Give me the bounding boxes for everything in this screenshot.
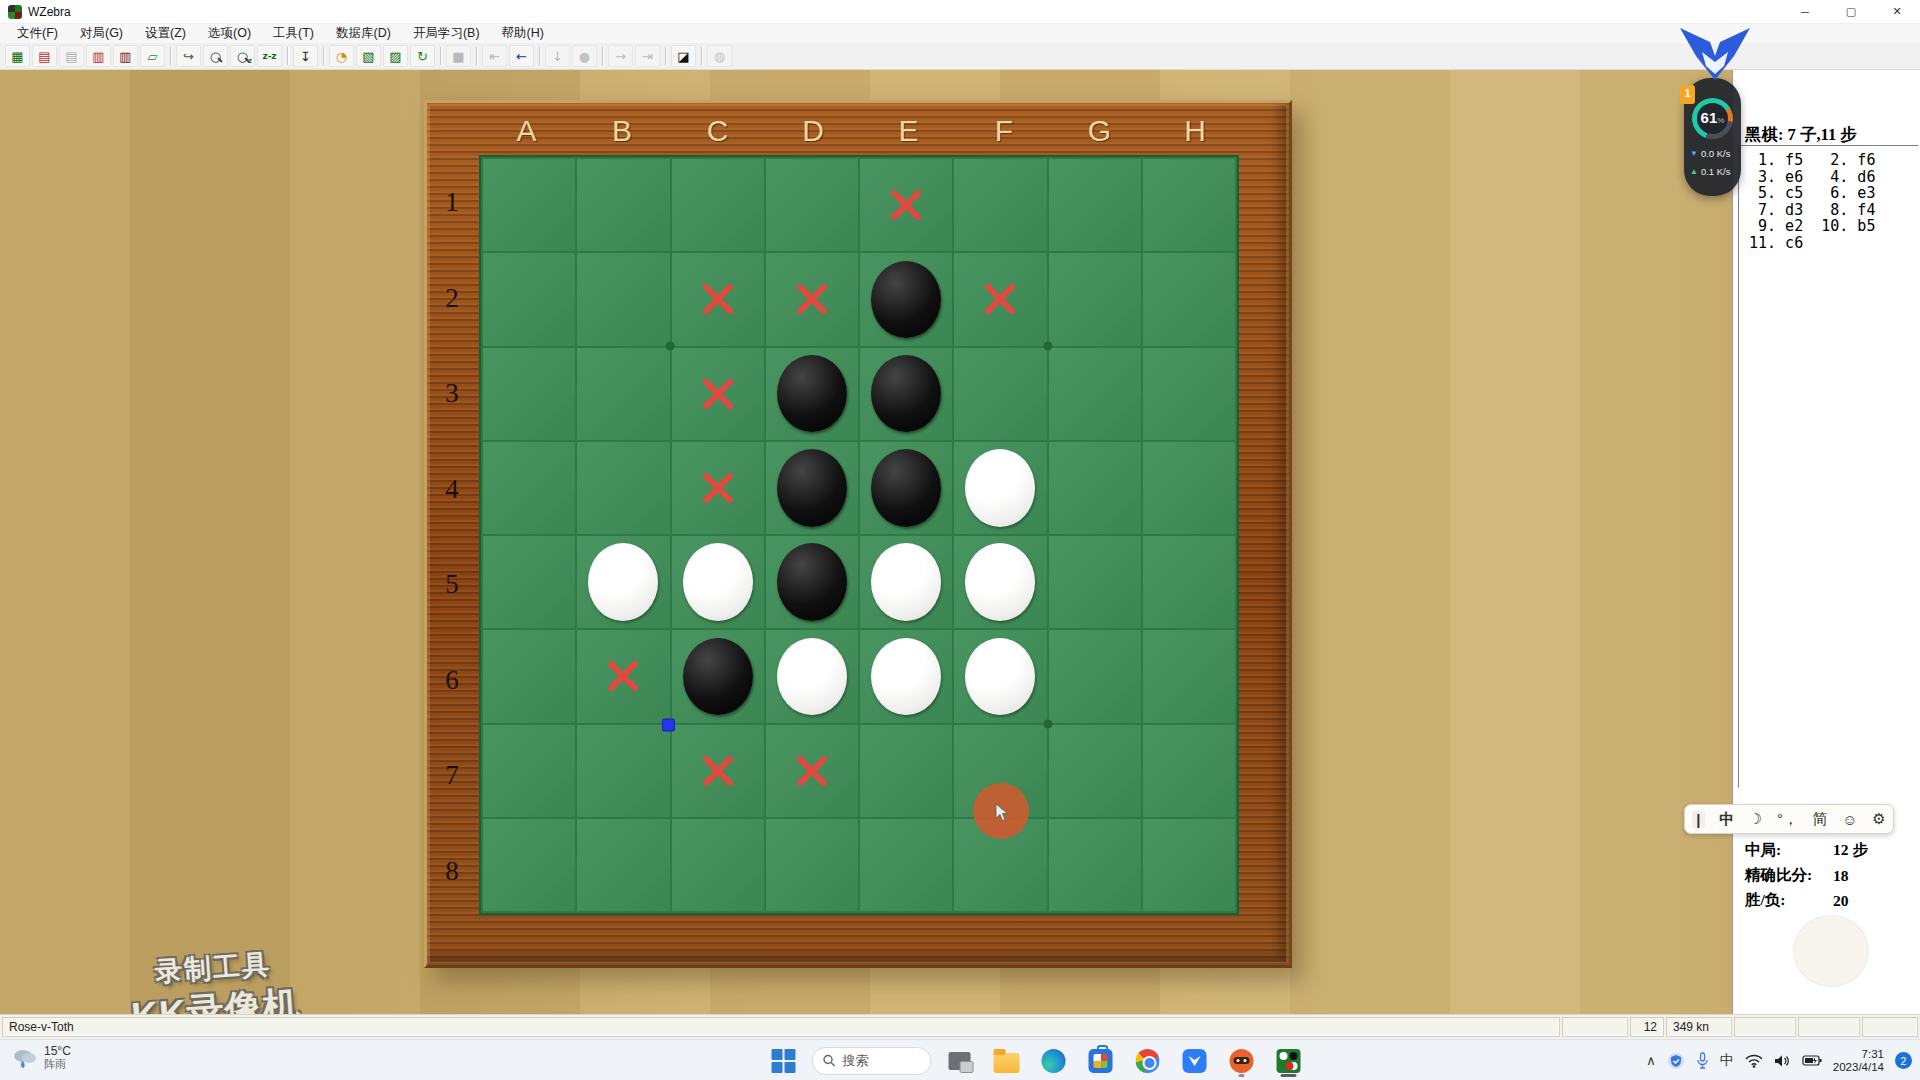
status-pane-3: [1734, 1017, 1796, 1037]
thunder-app-icon[interactable]: [1176, 1044, 1214, 1078]
undo-move-button[interactable]: ←: [509, 45, 534, 67]
board-practice-icon: ▧: [362, 50, 374, 63]
start-button[interactable]: [765, 1044, 803, 1078]
menu-d[interactable]: 数据库(D): [325, 24, 402, 43]
flip-view-button[interactable]: ◪: [671, 45, 696, 67]
ime-caret-icon[interactable]: |: [1692, 811, 1704, 828]
mouse-cursor-icon: [995, 803, 1011, 823]
cell-b6[interactable]: [577, 630, 669, 722]
upload-speed: 0.1 K/s: [1701, 166, 1731, 177]
cloud-rain-icon: [10, 1045, 38, 1071]
open-folder-icon: ▱: [148, 50, 158, 63]
cell-e2[interactable]: [860, 253, 952, 345]
microphone-icon[interactable]: [1696, 1052, 1709, 1069]
stat-value: 18: [1833, 867, 1849, 885]
cell-a5[interactable]: [483, 536, 575, 628]
cell-c5[interactable]: [672, 536, 764, 628]
toolbar-separator: [440, 47, 441, 65]
microsoft-store-icon[interactable]: [1082, 1044, 1120, 1078]
cell-e4[interactable]: [860, 442, 952, 534]
bot-app-icon[interactable]: [1223, 1044, 1261, 1078]
stat-row-0: 中局:12 步: [1745, 838, 1915, 863]
board-practice-button[interactable]: ▧: [356, 45, 381, 67]
moon-icon[interactable]: ☽: [1749, 810, 1762, 828]
cell-g7[interactable]: [1049, 725, 1141, 817]
row-label-8: 8: [427, 824, 477, 919]
white-disc: [871, 638, 941, 715]
toolbar-separator: [665, 47, 666, 65]
cell-b7[interactable]: [577, 725, 669, 817]
maximize-button[interactable]: ▢: [1828, 0, 1874, 23]
legal-move-x: [983, 282, 1017, 316]
z-book-icon: ▥: [119, 50, 131, 63]
drop-move-icon: ↓: [552, 50, 563, 63]
legal-move-x: [795, 282, 829, 316]
cell-c7[interactable]: [672, 725, 764, 817]
cell-a3[interactable]: [483, 348, 575, 440]
cell-a4[interactable]: [483, 442, 575, 534]
legal-move-x: [701, 754, 735, 788]
menu-f[interactable]: 文件(F): [6, 24, 69, 43]
redo-move-button[interactable]: →: [608, 45, 633, 67]
open-folder-button[interactable]: ▱: [140, 45, 165, 67]
cell-d4[interactable]: [766, 442, 858, 534]
tray-ime-indicator[interactable]: 中: [1720, 1052, 1734, 1070]
col-label-a: A: [479, 109, 574, 153]
clock-button[interactable]: ◔: [329, 45, 354, 67]
bird-glyph: [1188, 1055, 1202, 1067]
cell-f3[interactable]: [954, 348, 1046, 440]
new-game-button[interactable]: ▦: [5, 45, 30, 67]
cell-a8[interactable]: [483, 819, 575, 911]
simplified-toggle[interactable]: 简: [1813, 810, 1828, 829]
stat-row-2: 胜/负:20: [1745, 888, 1915, 913]
cell-f5[interactable]: [954, 536, 1046, 628]
battery-icon[interactable]: [1802, 1054, 1822, 1067]
legal-move-x: [701, 282, 735, 316]
cell-b5[interactable]: [577, 536, 669, 628]
col-label-h: H: [1148, 109, 1243, 153]
percent-unit: %: [1717, 116, 1724, 125]
row-label-4: 4: [427, 442, 477, 537]
white-disc: [588, 543, 658, 620]
app-icon: [8, 5, 22, 19]
cell-c2[interactable]: [672, 253, 764, 345]
cell-g6[interactable]: [1049, 630, 1141, 722]
black-disc: [777, 449, 847, 526]
search-label: 搜索: [843, 1052, 869, 1070]
taskbar-search[interactable]: 搜索: [812, 1047, 932, 1075]
cell-d8[interactable]: [766, 819, 858, 911]
black-status: 黑棋: 7 子,11 步: [1745, 124, 1920, 146]
search-icon: [823, 1054, 836, 1067]
board-practice-2-button[interactable]: ▨: [383, 45, 408, 67]
wzebra-taskbar-icon[interactable]: [1270, 1044, 1308, 1078]
open-red-book-button[interactable]: ▤: [32, 45, 57, 67]
last-move-marker: [662, 719, 675, 732]
cell-h6[interactable]: [1143, 630, 1235, 722]
menu-g[interactable]: 对局(G): [69, 24, 134, 43]
speaker-icon[interactable]: [1774, 1054, 1791, 1068]
cell-g8[interactable]: [1049, 819, 1141, 911]
cell-b1[interactable]: [577, 159, 669, 251]
star-point: [1044, 720, 1053, 729]
toolbar: ▦▤▤▥▥▱↪○○zz-z↧◔▧▨↻■⇤←↓●→⇥◪◍: [0, 43, 1920, 70]
red-book-2-icon: ▥: [92, 50, 104, 63]
black-disc: [871, 355, 941, 432]
cell-h8[interactable]: [1143, 819, 1235, 911]
legal-move-x: [795, 754, 829, 788]
cell-h2[interactable]: [1143, 253, 1235, 345]
stat-label: 胜/负:: [1745, 890, 1785, 911]
col-label-g: G: [1052, 109, 1147, 153]
tray-chevron-icon[interactable]: ∧: [1646, 1053, 1656, 1068]
row-label-7: 7: [427, 728, 477, 823]
window-title: WZebra: [28, 5, 71, 19]
to-start-icon: ⇤: [489, 50, 500, 63]
cell-g3[interactable]: [1049, 348, 1141, 440]
cell-f2[interactable]: [954, 253, 1046, 345]
othello-board[interactable]: [479, 155, 1239, 915]
cell-d6[interactable]: [766, 630, 858, 722]
click-highlight: [973, 783, 1029, 839]
download-icon: ▼: [1690, 149, 1698, 158]
cell-d1[interactable]: [766, 159, 858, 251]
board-practice-2-icon: ▨: [389, 50, 401, 63]
import-games-button[interactable]: ↧: [293, 45, 318, 67]
cell-b4[interactable]: [577, 442, 669, 534]
enter-move-icon: ↪: [183, 50, 194, 63]
disc-ghost: [1793, 915, 1869, 987]
cell-d3[interactable]: [766, 348, 858, 440]
edge-icon[interactable]: [1035, 1044, 1073, 1078]
cell-e1[interactable]: [860, 159, 952, 251]
weather-desc: 阵雨: [44, 1058, 71, 1071]
cell-c8[interactable]: [672, 819, 764, 911]
cell-h5[interactable]: [1143, 536, 1235, 628]
cell-c3[interactable]: [672, 348, 764, 440]
new-game-icon: ▦: [11, 50, 23, 63]
cell-f1[interactable]: [954, 159, 1046, 251]
white-disc: [871, 543, 941, 620]
main-area: ABCDEFGH 12345678 录制工具 KK录像机: [0, 70, 1920, 1014]
stat-value: 12 步: [1833, 840, 1868, 861]
cell-e8[interactable]: [860, 819, 952, 911]
gear-icon[interactable]: ⚙: [1872, 810, 1885, 828]
cpu-ring: 61 %: [1692, 98, 1733, 139]
cell-c1[interactable]: [672, 159, 764, 251]
punctuation-toggle[interactable]: °，: [1777, 810, 1798, 829]
enter-move-button[interactable]: ↪: [176, 45, 201, 67]
cell-d7[interactable]: [766, 725, 858, 817]
redo-move-icon: →: [615, 50, 626, 63]
menu-b[interactable]: 开局学习(B): [402, 24, 491, 43]
legal-move-x: [889, 188, 923, 222]
stop-icon: ■: [452, 50, 464, 63]
row-label-6: 6: [427, 633, 477, 728]
percent-value: 61: [1701, 110, 1718, 125]
toolbar-separator: [323, 47, 324, 65]
import-games-icon: ↧: [300, 50, 311, 63]
open-red-book-icon: ▤: [38, 50, 50, 63]
chrome-icon[interactable]: [1129, 1044, 1167, 1078]
clock-icon: ◔: [336, 50, 347, 63]
ime-toolbar: | 中 ☽ °， 简 ☺ ⚙: [1684, 804, 1894, 834]
weather-widget[interactable]: 15°C 阵雨: [10, 1044, 71, 1071]
widget-badge: 1: [1680, 85, 1695, 104]
flip-view-icon: ◪: [677, 50, 689, 63]
menu-z[interactable]: 设置(Z): [134, 24, 197, 43]
cell-a2[interactable]: [483, 253, 575, 345]
menu-bar: 文件(F)对局(G)设置(Z)选项(O)工具(T)数据库(D)开局学习(B)帮助…: [0, 24, 1920, 43]
cell-d5[interactable]: [766, 536, 858, 628]
gray-book-icon: ▤: [65, 50, 77, 63]
star-point: [666, 342, 675, 351]
stat-label: 精确比分:: [1745, 865, 1812, 886]
col-label-c: C: [670, 109, 765, 153]
toolbar-separator: [170, 47, 171, 65]
white-disc: [683, 543, 753, 620]
info-button[interactable]: ◍: [707, 45, 732, 67]
to-start-button[interactable]: ⇤: [482, 45, 507, 67]
cell-e6[interactable]: [860, 630, 952, 722]
toolbar-separator: [602, 47, 603, 65]
cell-b2[interactable]: [577, 253, 669, 345]
to-end-icon: ⇥: [642, 50, 653, 63]
upload-icon: ▲: [1690, 167, 1698, 176]
white-disc: [965, 449, 1035, 526]
red-book-2-button[interactable]: ▥: [86, 45, 111, 67]
security-shield-icon[interactable]: [1667, 1052, 1685, 1070]
star-point: [1044, 342, 1053, 351]
zz-list-icon: z-z: [262, 52, 276, 61]
status-pane-4: [1798, 1017, 1860, 1037]
status-depth: 12: [1630, 1017, 1664, 1037]
cell-g4[interactable]: [1049, 442, 1141, 534]
cell-h7[interactable]: [1143, 725, 1235, 817]
status-pane-0: [1562, 1017, 1628, 1037]
weather-temp: 15°C: [44, 1044, 71, 1058]
search-z-button[interactable]: ○z: [230, 45, 255, 67]
stat-row-1: 精确比分:18: [1745, 863, 1915, 888]
col-label-d: D: [766, 109, 861, 153]
info-icon: ◍: [714, 50, 725, 63]
minimize-button[interactable]: ─: [1782, 0, 1828, 23]
ime-lang-toggle[interactable]: 中: [1719, 810, 1734, 829]
notification-badge[interactable]: 2: [1895, 1052, 1912, 1069]
title-bar: WZebra ─ ▢ ✕: [0, 0, 1920, 24]
cell-g2[interactable]: [1049, 253, 1141, 345]
toolbar-separator: [701, 47, 702, 65]
legal-move-x: [701, 377, 735, 411]
move-list[interactable]: 1. f5 2. f6 3. e6 4. d6 5. c5 6. e3 7. d…: [1738, 145, 1919, 788]
undo-move-icon: ←: [516, 50, 527, 63]
col-label-b: B: [575, 109, 670, 153]
download-speed: 0.0 K/s: [1701, 148, 1731, 159]
tray-time[interactable]: 7:31: [1833, 1048, 1884, 1061]
to-end-button[interactable]: ⇥: [635, 45, 660, 67]
row-label-5: 5: [427, 537, 477, 632]
hint-button[interactable]: ●: [572, 45, 597, 67]
toolbar-separator: [539, 47, 540, 65]
toolbar-separator: [476, 47, 477, 65]
taskbar: 15°C 阵雨 搜索 ∧: [0, 1039, 1920, 1080]
menu-o[interactable]: 选项(O): [197, 24, 262, 43]
status-nodes: 349 kn: [1666, 1017, 1732, 1037]
menu-t[interactable]: 工具(T): [262, 24, 325, 43]
cell-b8[interactable]: [577, 819, 669, 911]
stat-value: 20: [1833, 892, 1849, 910]
task-view-button[interactable]: [941, 1044, 979, 1078]
analysis-panel: 黑棋: 7 子,11 步 白棋: 8 子,9 步 1. f5 2. f6 3. …: [1732, 70, 1920, 1014]
cell-a6[interactable]: [483, 630, 575, 722]
black-disc: [777, 543, 847, 620]
close-button[interactable]: ✕: [1874, 0, 1920, 23]
stop-button[interactable]: ■: [446, 45, 471, 67]
cell-h4[interactable]: [1143, 442, 1235, 534]
row-label-2: 2: [427, 251, 477, 346]
smiley-icon[interactable]: ☺: [1842, 811, 1857, 828]
cell-e3[interactable]: [860, 348, 952, 440]
evaluation-stats: 中局:12 步精确比分:18胜/负:20: [1745, 838, 1915, 913]
black-disc: [871, 261, 941, 338]
wifi-icon[interactable]: [1745, 1054, 1763, 1068]
toolbar-separator: [287, 47, 288, 65]
cell-h3[interactable]: [1143, 348, 1235, 440]
hint-icon: ●: [579, 50, 590, 63]
stat-label: 中局:: [1745, 840, 1781, 861]
white-disc: [965, 543, 1035, 620]
cell-d2[interactable]: [766, 253, 858, 345]
cell-f6[interactable]: [954, 630, 1046, 722]
search-button[interactable]: ○: [203, 45, 228, 67]
col-label-e: E: [861, 109, 956, 153]
black-disc: [871, 449, 941, 526]
board-refresh-icon: ↻: [417, 50, 428, 63]
board-frame: ABCDEFGH 12345678: [424, 100, 1292, 968]
cell-h1[interactable]: [1143, 159, 1235, 251]
legal-move-x: [701, 471, 735, 505]
legal-move-x: [606, 659, 640, 693]
status-pane-5: [1862, 1017, 1918, 1037]
cell-c6[interactable]: [672, 630, 764, 722]
cell-e5[interactable]: [860, 536, 952, 628]
black-disc: [683, 638, 753, 715]
col-label-f: F: [957, 109, 1052, 153]
cell-a1[interactable]: [483, 159, 575, 251]
cell-a7[interactable]: [483, 725, 575, 817]
row-label-1: 1: [427, 155, 477, 250]
status-game-name: Rose-v-Toth: [2, 1017, 1560, 1037]
row-label-3: 3: [427, 346, 477, 441]
white-disc: [777, 638, 847, 715]
tray-date[interactable]: 2023/4/14: [1833, 1061, 1884, 1074]
z-book-button[interactable]: ▥: [113, 45, 138, 67]
cell-f4[interactable]: [954, 442, 1046, 534]
gray-book-button[interactable]: ▤: [59, 45, 84, 67]
file-explorer-icon[interactable]: [988, 1044, 1026, 1078]
accelerator-logo[interactable]: [1672, 22, 1758, 84]
board-refresh-button[interactable]: ↻: [410, 45, 435, 67]
cell-e7[interactable]: [860, 725, 952, 817]
black-disc: [777, 355, 847, 432]
drop-move-button[interactable]: ↓: [545, 45, 570, 67]
menu-h[interactable]: 帮助(H): [491, 24, 555, 43]
status-bar: Rose-v-Toth 12 349 kn: [0, 1014, 1920, 1039]
cell-g1[interactable]: [1049, 159, 1141, 251]
zz-list-button[interactable]: z-z: [257, 45, 282, 67]
cell-g5[interactable]: [1049, 536, 1141, 628]
white-disc: [965, 638, 1035, 715]
cell-b3[interactable]: [577, 348, 669, 440]
cell-c4[interactable]: [672, 442, 764, 534]
